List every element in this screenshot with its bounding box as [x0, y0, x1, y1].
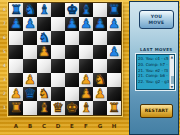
square-g7[interactable]: ♟: [93, 17, 107, 31]
gold-rook-piece[interactable]: ♜: [107, 100, 121, 115]
move-list-scrollbar[interactable]: ▲ ▼: [169, 55, 174, 89]
square-f8[interactable]: ♝: [79, 3, 93, 17]
square-g4[interactable]: [93, 59, 107, 73]
square-b1[interactable]: [23, 101, 37, 115]
rank-label-7: 7: [0, 17, 9, 31]
square-f1[interactable]: ♝: [79, 101, 93, 115]
file-label-g: G: [93, 120, 107, 132]
chess-board[interactable]: ♜♞♝♚♝♜♟♟♟♟♟♟♞♟♟♟♟♞♟♛♞♟♟♜♝♛♚♝♜: [9, 3, 121, 115]
square-h1[interactable]: ♜: [107, 101, 121, 115]
square-a3[interactable]: [9, 73, 23, 87]
square-c4[interactable]: [37, 59, 51, 73]
file-label-d: D: [51, 120, 65, 132]
square-a7[interactable]: ♟: [9, 17, 23, 31]
rank-label-3: 3: [0, 73, 9, 87]
square-c7[interactable]: [37, 17, 51, 31]
square-d5[interactable]: [51, 45, 65, 59]
square-c3[interactable]: [37, 73, 51, 87]
square-d2[interactable]: [51, 87, 65, 101]
square-g8[interactable]: [93, 3, 107, 17]
square-a1[interactable]: ♜: [9, 101, 23, 115]
square-g2[interactable]: ♟: [93, 87, 107, 101]
file-label-h: H: [107, 120, 121, 132]
blue-pawn-piece[interactable]: ♟: [107, 16, 121, 31]
rank-label-1: 1: [0, 101, 9, 115]
square-h6[interactable]: [107, 31, 121, 45]
square-h7[interactable]: ♟: [107, 17, 121, 31]
restart-button[interactable]: RESTART: [140, 104, 173, 118]
blue-queen-piece[interactable]: ♛: [23, 86, 37, 101]
file-label-b: B: [23, 120, 37, 132]
square-g3[interactable]: ♞: [93, 73, 107, 87]
file-label-c: C: [37, 120, 51, 132]
gold-pawn-piece[interactable]: ♟: [79, 86, 93, 101]
blue-king-piece[interactable]: ♚: [65, 2, 79, 17]
square-c5[interactable]: ♟: [37, 45, 51, 59]
square-b3[interactable]: ♟: [23, 73, 37, 87]
square-c6[interactable]: ♞: [37, 31, 51, 45]
scrollbar-thumb[interactable]: [171, 76, 174, 84]
blue-pawn-piece[interactable]: ♟: [79, 16, 93, 31]
move-row: 20. Comp: h7 - h5: [138, 62, 169, 68]
square-e8[interactable]: ♚: [65, 3, 79, 17]
gold-bishop-piece[interactable]: ♝: [37, 100, 51, 115]
chess-game-window: 87654321 ♜♞♝♚♝♜♟♟♟♟♟♟♞♟♟♟♟♞♟♛♞♟♟♜♝♛♚♝♜ A…: [0, 0, 180, 135]
square-e1[interactable]: ♚: [65, 101, 79, 115]
square-a6[interactable]: [9, 31, 23, 45]
rank-label-8: 8: [0, 3, 9, 17]
turn-status-button[interactable]: YOU MOVE: [139, 10, 174, 29]
gold-pawn-piece[interactable]: ♟: [23, 72, 37, 87]
gold-king-piece[interactable]: ♚: [65, 100, 79, 115]
blue-knight-piece[interactable]: ♞: [23, 2, 37, 17]
square-g1[interactable]: [93, 101, 107, 115]
blue-rook-piece[interactable]: ♜: [107, 2, 121, 17]
blue-knight-piece[interactable]: ♞: [37, 30, 51, 45]
square-a5[interactable]: [9, 45, 23, 59]
square-f7[interactable]: ♟: [79, 17, 93, 31]
square-f2[interactable]: ♟: [79, 87, 93, 101]
gold-rook-piece[interactable]: ♜: [9, 100, 23, 115]
file-label-f: F: [79, 120, 93, 132]
square-d8[interactable]: [51, 3, 65, 17]
move-rows: 20. You: c4 - c520. Comp: h7 - h521. You…: [138, 56, 169, 85]
turn-status-line2: MOVE: [140, 20, 173, 25]
square-b4[interactable]: [23, 59, 37, 73]
square-b2[interactable]: ♛: [23, 87, 37, 101]
gold-pawn-piece[interactable]: ♟: [37, 44, 51, 59]
square-e2[interactable]: [65, 87, 79, 101]
square-b7[interactable]: ♟: [23, 17, 37, 31]
square-f3[interactable]: ♟: [79, 73, 93, 87]
gold-knight-piece[interactable]: ♞: [37, 86, 51, 101]
square-c2[interactable]: ♞: [37, 87, 51, 101]
square-d4[interactable]: [51, 59, 65, 73]
file-label-e: E: [65, 120, 79, 132]
gold-pawn-piece[interactable]: ♟: [9, 86, 23, 101]
square-h4[interactable]: [107, 59, 121, 73]
blue-bishop-piece[interactable]: ♝: [37, 2, 51, 17]
square-g5[interactable]: [93, 45, 107, 59]
gold-pawn-piece[interactable]: ♟: [93, 86, 107, 101]
square-d6[interactable]: [51, 31, 65, 45]
square-b6[interactable]: [23, 31, 37, 45]
board-frame: 87654321 ♜♞♝♚♝♜♟♟♟♟♟♟♞♟♟♟♟♞♟♛♞♟♟♜♝♛♚♝♜ A…: [0, 0, 130, 135]
square-b5[interactable]: [23, 45, 37, 59]
square-h2[interactable]: [107, 87, 121, 101]
square-f4[interactable]: [79, 59, 93, 73]
file-labels: ABCDEFGH: [9, 120, 121, 132]
square-c8[interactable]: ♝: [37, 3, 51, 17]
scroll-up-icon[interactable]: ▲: [170, 55, 174, 59]
square-a2[interactable]: ♟: [9, 87, 23, 101]
square-b8[interactable]: ♞: [23, 3, 37, 17]
blue-pawn-piece[interactable]: ♟: [107, 44, 121, 59]
move-history-list[interactable]: 20. You: c4 - c520. Comp: h7 - h521. You…: [136, 54, 175, 90]
scroll-down-icon[interactable]: ▼: [170, 85, 174, 89]
rank-label-4: 4: [0, 59, 9, 73]
square-e4[interactable]: [65, 59, 79, 73]
square-c1[interactable]: ♝: [37, 101, 51, 115]
blue-rook-piece[interactable]: ♜: [9, 2, 23, 17]
square-h3[interactable]: [107, 73, 121, 87]
blue-pawn-piece[interactable]: ♟: [9, 16, 23, 31]
square-f5[interactable]: [79, 45, 93, 59]
square-g6[interactable]: [93, 31, 107, 45]
square-a8[interactable]: ♜: [9, 3, 23, 17]
square-e6[interactable]: [65, 31, 79, 45]
blue-pawn-piece[interactable]: ♟: [23, 16, 37, 31]
gold-knight-piece[interactable]: ♞: [93, 72, 107, 87]
gold-bishop-piece[interactable]: ♝: [79, 100, 93, 115]
blue-bishop-piece[interactable]: ♝: [79, 2, 93, 17]
square-h8[interactable]: ♜: [107, 3, 121, 17]
rank-label-6: 6: [0, 31, 9, 45]
file-label-a: A: [9, 120, 23, 132]
move-row: 22. You: g2 - g3: [138, 79, 169, 85]
square-a4[interactable]: [9, 59, 23, 73]
rank-labels: 87654321: [0, 3, 9, 115]
rank-label-5: 5: [0, 45, 9, 59]
gold-pawn-piece[interactable]: ♟: [79, 72, 93, 87]
square-e7[interactable]: ♟: [65, 17, 79, 31]
last-moves-label: LAST MOVES: [140, 47, 173, 52]
side-panel: YOU MOVE LAST MOVES 20. You: c4 - c520. …: [129, 1, 179, 135]
square-d7[interactable]: [51, 17, 65, 31]
square-d3[interactable]: [51, 73, 65, 87]
square-d1[interactable]: ♛: [51, 101, 65, 115]
square-e3[interactable]: [65, 73, 79, 87]
blue-pawn-piece[interactable]: ♟: [65, 16, 79, 31]
square-e5[interactable]: [65, 45, 79, 59]
blue-pawn-piece[interactable]: ♟: [93, 16, 107, 31]
rank-label-2: 2: [0, 87, 9, 101]
move-row: 20. You: c4 - c5: [138, 56, 169, 62]
gold-queen-piece[interactable]: ♛: [51, 100, 65, 115]
square-h5[interactable]: ♟: [107, 45, 121, 59]
square-f6[interactable]: [79, 31, 93, 45]
